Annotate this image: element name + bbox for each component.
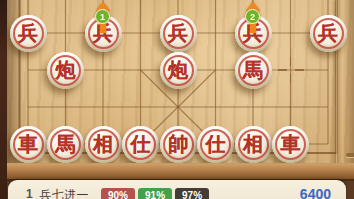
- point-cross-marker: [278, 57, 304, 83]
- piece-horse[interactable]: 馬: [47, 126, 84, 163]
- piece-horse[interactable]: 馬: [235, 52, 272, 89]
- piece-cannon[interactable]: 炮: [47, 52, 84, 89]
- piece-elephant[interactable]: 相: [85, 126, 122, 163]
- piece-glyph: 車: [281, 134, 301, 154]
- move-number: 1: [26, 187, 33, 199]
- piece-chariot[interactable]: 車: [272, 126, 309, 163]
- piece-glyph: 馬: [243, 60, 263, 80]
- move-hint-1[interactable]: 1: [95, 2, 111, 34]
- piece-glyph: 兵: [318, 23, 338, 43]
- piece-soldier[interactable]: 兵: [10, 15, 47, 52]
- minus-icon[interactable]: [346, 153, 354, 157]
- winrate-pill: 91%: [138, 188, 172, 199]
- xiangqi-app: 兵兵兵兵兵炮炮馬車馬相仕帥仕相車 12 1 兵七进一 90%91%97% 640…: [0, 0, 354, 199]
- piece-glyph: 相: [93, 134, 113, 154]
- move-text: 兵七进一: [39, 187, 89, 199]
- move-hint-2[interactable]: 2: [245, 2, 261, 34]
- winrate-pill: 97%: [175, 188, 209, 199]
- xiangqi-board[interactable]: 兵兵兵兵兵炮炮馬車馬相仕帥仕相車 12: [7, 0, 354, 178]
- board-bottom-frame: [7, 163, 354, 181]
- piece-glyph: 炮: [168, 60, 188, 80]
- game-count: 6400: [300, 186, 331, 199]
- piece-glyph: 兵: [168, 23, 188, 43]
- piece-cannon[interactable]: 炮: [160, 52, 197, 89]
- piece-glyph: 炮: [56, 60, 76, 80]
- piece-glyph: 仕: [206, 134, 226, 154]
- piece-chariot[interactable]: 車: [10, 126, 47, 163]
- piece-soldier[interactable]: 兵: [160, 15, 197, 52]
- piece-advisor[interactable]: 仕: [122, 126, 159, 163]
- hint-number-badge: 2: [245, 9, 260, 24]
- piece-glyph: 兵: [18, 23, 38, 43]
- piece-soldier[interactable]: 兵: [310, 15, 347, 52]
- piece-glyph: 仕: [131, 134, 151, 154]
- opening-book-panel: 1 兵七进一 90%91%97% 6400: [8, 180, 346, 199]
- piece-advisor[interactable]: 仕: [197, 126, 234, 163]
- hint-number-badge: 1: [95, 9, 110, 24]
- winrate-pill: 90%: [101, 188, 135, 199]
- piece-glyph: 相: [243, 134, 263, 154]
- winrate-badges: 90%91%97%: [101, 188, 209, 199]
- table-edge: [0, 0, 7, 199]
- piece-glyph: 馬: [56, 134, 76, 154]
- piece-general[interactable]: 帥: [160, 126, 197, 163]
- book-move-row[interactable]: 1 兵七进一 90%91%97% 6400: [8, 180, 346, 199]
- piece-glyph: 帥: [168, 134, 188, 154]
- piece-glyph: 車: [18, 134, 38, 154]
- piece-elephant[interactable]: 相: [235, 126, 272, 163]
